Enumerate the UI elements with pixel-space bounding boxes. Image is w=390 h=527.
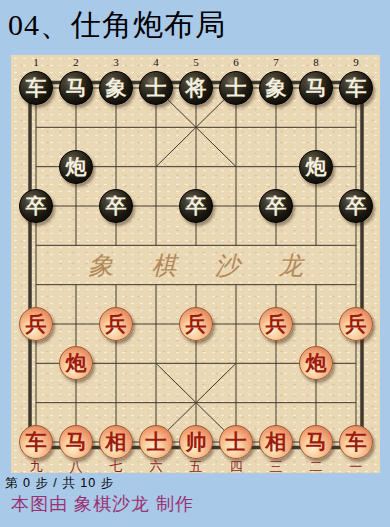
board-point-4-5[interactable]	[216, 226, 256, 265]
board-point-6-3[interactable]	[136, 304, 176, 343]
board-point-8-4[interactable]	[176, 383, 216, 422]
board-point-7-1[interactable]: 炮	[56, 344, 96, 383]
black-piece-卒[interactable]: 卒	[339, 189, 373, 223]
board-point-0-7[interactable]: 马	[296, 68, 336, 107]
board-point-6-2[interactable]: 兵	[96, 304, 136, 343]
red-piece-相[interactable]: 相	[99, 425, 133, 459]
file-number-3: 3	[96, 56, 136, 68]
board-point-5-1[interactable]	[56, 265, 96, 304]
board-point-5-8[interactable]	[336, 265, 376, 304]
board-point-5-6[interactable]	[256, 265, 296, 304]
black-piece-炮[interactable]: 炮	[299, 150, 333, 184]
board-point-6-1[interactable]	[56, 304, 96, 343]
board-point-0-4[interactable]: 将	[176, 68, 216, 107]
board-point-0-5[interactable]: 士	[216, 68, 256, 107]
black-piece-车[interactable]: 车	[339, 71, 373, 105]
board-point-8-8[interactable]	[336, 383, 376, 422]
board-point-9-3[interactable]: 士	[136, 422, 176, 461]
board-point-4-1[interactable]	[56, 226, 96, 265]
board-point-8-5[interactable]	[216, 383, 256, 422]
file-numeral-7: 三	[256, 458, 296, 476]
board-point-3-7[interactable]	[296, 186, 336, 225]
board-point-3-3[interactable]	[136, 186, 176, 225]
move-step-status: 第 0 步 / 共 10 步	[5, 475, 114, 492]
board-point-2-8[interactable]	[336, 147, 376, 186]
file-number-4: 4	[136, 56, 176, 68]
board-point-3-8[interactable]: 卒	[336, 186, 376, 225]
file-numeral-8: 二	[296, 458, 336, 476]
board-point-1-0[interactable]	[16, 108, 56, 147]
red-piece-兵[interactable]: 兵	[259, 307, 293, 341]
board-point-8-7[interactable]	[296, 383, 336, 422]
credit-caption: 本图由 象棋沙龙 制作	[11, 492, 194, 516]
black-piece-马[interactable]: 马	[59, 71, 93, 105]
board-point-9-6[interactable]: 相	[256, 422, 296, 461]
board-point-1-8[interactable]	[336, 108, 376, 147]
board-point-5-4[interactable]	[176, 265, 216, 304]
board-point-3-1[interactable]	[56, 186, 96, 225]
board-point-4-2[interactable]	[96, 226, 136, 265]
board-point-8-0[interactable]	[16, 383, 56, 422]
red-piece-相[interactable]: 相	[259, 425, 293, 459]
board-point-3-6[interactable]: 卒	[256, 186, 296, 225]
board-point-8-2[interactable]	[96, 383, 136, 422]
red-piece-兵[interactable]: 兵	[179, 307, 213, 341]
red-piece-士[interactable]: 士	[139, 425, 173, 459]
board-point-8-1[interactable]	[56, 383, 96, 422]
board-point-6-6[interactable]: 兵	[256, 304, 296, 343]
board-point-4-3[interactable]	[136, 226, 176, 265]
board-point-3-4[interactable]: 卒	[176, 186, 216, 225]
board-point-7-6[interactable]	[256, 344, 296, 383]
red-piece-士[interactable]: 士	[219, 425, 253, 459]
black-piece-炮[interactable]: 炮	[59, 150, 93, 184]
board-point-8-6[interactable]	[256, 383, 296, 422]
board-point-9-2[interactable]: 相	[96, 422, 136, 461]
board-point-9-5[interactable]: 士	[216, 422, 256, 461]
board-point-1-2[interactable]	[96, 108, 136, 147]
red-piece-兵[interactable]: 兵	[339, 307, 373, 341]
board-point-8-3[interactable]	[136, 383, 176, 422]
file-numeral-6: 四	[216, 458, 256, 476]
file-number-5: 5	[176, 56, 216, 68]
board-point-7-3[interactable]	[136, 344, 176, 383]
board-point-2-3[interactable]	[136, 147, 176, 186]
board-point-0-2[interactable]: 象	[96, 68, 136, 107]
board-point-6-5[interactable]	[216, 304, 256, 343]
board-point-3-0[interactable]: 卒	[16, 186, 56, 225]
black-piece-卒[interactable]: 卒	[179, 189, 213, 223]
black-piece-卒[interactable]: 卒	[19, 189, 53, 223]
board-point-2-4[interactable]	[176, 147, 216, 186]
board-point-9-7[interactable]: 马	[296, 422, 336, 461]
black-piece-将[interactable]: 将	[179, 71, 213, 105]
board-point-6-4[interactable]: 兵	[176, 304, 216, 343]
black-piece-车[interactable]: 车	[19, 71, 53, 105]
file-numeral-4: 六	[136, 458, 176, 476]
file-number-1: 1	[16, 56, 56, 68]
black-piece-马[interactable]: 马	[299, 71, 333, 105]
red-piece-马[interactable]: 马	[299, 425, 333, 459]
board-point-0-8[interactable]: 车	[336, 68, 376, 107]
board-point-0-3[interactable]: 士	[136, 68, 176, 107]
black-piece-士[interactable]: 士	[219, 71, 253, 105]
file-numeral-3: 七	[96, 458, 136, 476]
file-numerals-bottom: 九八七六五四三二一	[16, 458, 376, 476]
black-piece-士[interactable]: 士	[139, 71, 173, 105]
page-title: 04、仕角炮布局	[8, 5, 226, 46]
black-piece-卒[interactable]: 卒	[99, 189, 133, 223]
board-point-7-0[interactable]	[16, 344, 56, 383]
board-point-9-1[interactable]: 马	[56, 422, 96, 461]
red-piece-马[interactable]: 马	[59, 425, 93, 459]
board-point-0-0[interactable]: 车	[16, 68, 56, 107]
board-point-4-8[interactable]	[336, 226, 376, 265]
board-point-1-3[interactable]	[136, 108, 176, 147]
board-point-4-6[interactable]	[256, 226, 296, 265]
red-piece-炮[interactable]: 炮	[59, 346, 93, 380]
file-numeral-1: 九	[16, 458, 56, 476]
board-point-4-0[interactable]	[16, 226, 56, 265]
board-point-6-7[interactable]	[296, 304, 336, 343]
board-point-2-0[interactable]	[16, 147, 56, 186]
board-point-3-5[interactable]	[216, 186, 256, 225]
file-numeral-5: 五	[176, 458, 216, 476]
board-point-9-0[interactable]: 车	[16, 422, 56, 461]
board-point-5-7[interactable]	[296, 265, 336, 304]
board-point-9-4[interactable]: 帅	[176, 422, 216, 461]
board-point-3-2[interactable]: 卒	[96, 186, 136, 225]
black-piece-象[interactable]: 象	[99, 71, 133, 105]
file-numeral-2: 八	[56, 458, 96, 476]
board-point-2-6[interactable]	[256, 147, 296, 186]
file-number-9: 9	[336, 56, 376, 68]
file-number-6: 6	[216, 56, 256, 68]
file-number-8: 8	[296, 56, 336, 68]
board-point-2-5[interactable]	[216, 147, 256, 186]
red-piece-兵[interactable]: 兵	[19, 307, 53, 341]
board-point-2-7[interactable]: 炮	[296, 147, 336, 186]
board-point-7-5[interactable]	[216, 344, 256, 383]
board-point-5-3[interactable]	[136, 265, 176, 304]
red-piece-帅[interactable]: 帅	[179, 425, 213, 459]
board-point-4-4[interactable]	[176, 226, 216, 265]
piece-grid: 车马象士将士象马车炮炮卒卒卒卒卒兵兵兵兵兵炮炮车马相士帅士相马车	[16, 68, 376, 461]
board-point-6-0[interactable]: 兵	[16, 304, 56, 343]
board-point-1-7[interactable]	[296, 108, 336, 147]
board-point-6-8[interactable]: 兵	[336, 304, 376, 343]
board-point-9-8[interactable]: 车	[336, 422, 376, 461]
red-piece-车[interactable]: 车	[339, 425, 373, 459]
black-piece-象[interactable]: 象	[259, 71, 293, 105]
board-point-4-7[interactable]	[296, 226, 336, 265]
board-point-1-6[interactable]	[256, 108, 296, 147]
board-point-0-6[interactable]: 象	[256, 68, 296, 107]
board-point-2-1[interactable]: 炮	[56, 147, 96, 186]
board-point-7-8[interactable]	[336, 344, 376, 383]
red-piece-兵[interactable]: 兵	[99, 307, 133, 341]
file-numeral-9: 一	[336, 458, 376, 476]
file-numbers-top: 123456789	[16, 56, 376, 68]
xiangqi-board: 123456789 象 棋 沙 龙 车马象士将士象马车炮炮卒卒卒卒卒兵兵兵兵兵炮…	[11, 55, 380, 473]
board-point-5-0[interactable]	[16, 265, 56, 304]
red-piece-车[interactable]: 车	[19, 425, 53, 459]
board-point-5-5[interactable]	[216, 265, 256, 304]
board-point-5-2[interactable]	[96, 265, 136, 304]
file-number-7: 7	[256, 56, 296, 68]
file-number-2: 2	[56, 56, 96, 68]
board-point-7-7[interactable]: 炮	[296, 344, 336, 383]
board-point-7-4[interactable]	[176, 344, 216, 383]
board-point-1-4[interactable]	[176, 108, 216, 147]
black-piece-卒[interactable]: 卒	[259, 189, 293, 223]
board-point-1-5[interactable]	[216, 108, 256, 147]
board-point-0-1[interactable]: 马	[56, 68, 96, 107]
board-point-2-2[interactable]	[96, 147, 136, 186]
board-point-1-1[interactable]	[56, 108, 96, 147]
red-piece-炮[interactable]: 炮	[299, 346, 333, 380]
board-point-7-2[interactable]	[96, 344, 136, 383]
